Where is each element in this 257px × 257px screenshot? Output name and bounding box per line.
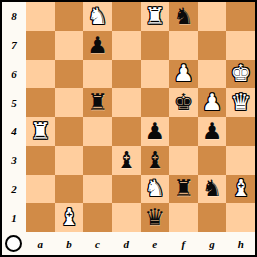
square-e1[interactable]: ♛ (141, 203, 170, 232)
square-e7[interactable] (141, 31, 170, 60)
square-g3[interactable] (198, 146, 227, 175)
rank-label-7: 7 (2, 31, 26, 60)
rank-label-8: 8 (2, 2, 26, 31)
white-bishop: ♝ (230, 177, 251, 200)
square-d3[interactable]: ♝ (112, 146, 141, 175)
square-e4[interactable]: ♟ (141, 117, 170, 146)
square-f8[interactable]: ♞ (169, 2, 198, 31)
black-pawn: ♟ (202, 120, 223, 143)
square-c5[interactable]: ♜ (83, 88, 112, 117)
square-d7[interactable] (112, 31, 141, 60)
square-e3[interactable]: ♝ (141, 146, 170, 175)
rank-label-2: 2 (2, 175, 26, 204)
white-knight: ♞ (145, 177, 166, 200)
square-g6[interactable] (198, 60, 227, 89)
square-c4[interactable] (83, 117, 112, 146)
square-g7[interactable] (198, 31, 227, 60)
square-h6[interactable]: ♚ (226, 60, 255, 89)
square-b1[interactable]: ♝ (55, 203, 84, 232)
rank-label-5: 5 (2, 88, 26, 117)
square-a8[interactable] (26, 2, 55, 31)
file-labels: abcdefgh (26, 232, 255, 255)
square-b2[interactable] (55, 175, 84, 204)
square-h7[interactable] (226, 31, 255, 60)
white-queen: ♛ (230, 91, 251, 114)
square-e6[interactable] (141, 60, 170, 89)
square-b4[interactable] (55, 117, 84, 146)
black-knight: ♞ (173, 5, 194, 28)
square-d5[interactable] (112, 88, 141, 117)
white-knight: ♞ (87, 5, 108, 28)
file-label-h: h (226, 232, 255, 255)
square-h2[interactable]: ♝ (226, 175, 255, 204)
file-label-d: d (112, 232, 141, 255)
white-bishop: ♝ (59, 206, 80, 229)
rank-label-1: 1 (2, 203, 26, 232)
white-rook: ♜ (145, 5, 166, 28)
square-f6[interactable]: ♟ (169, 60, 198, 89)
diagram-frame: 87654321 ♞♜♞♟♟♚♜♚♟♛♜♟♟♝♝♞♜♞♝♝♛ abcdefgh (0, 0, 257, 257)
square-g4[interactable]: ♟ (198, 117, 227, 146)
black-pawn: ♟ (87, 34, 108, 57)
square-f7[interactable] (169, 31, 198, 60)
file-label-e: e (141, 232, 170, 255)
file-label-c: c (83, 232, 112, 255)
file-label-g: g (198, 232, 227, 255)
rank-labels: 87654321 (2, 2, 26, 232)
square-e8[interactable]: ♜ (141, 2, 170, 31)
white-to-move-indicator-icon (5, 235, 22, 252)
square-b5[interactable] (55, 88, 84, 117)
square-e2[interactable]: ♞ (141, 175, 170, 204)
square-d8[interactable] (112, 2, 141, 31)
square-a1[interactable] (26, 203, 55, 232)
square-f5[interactable]: ♚ (169, 88, 198, 117)
square-d2[interactable] (112, 175, 141, 204)
square-d1[interactable] (112, 203, 141, 232)
square-f4[interactable] (169, 117, 198, 146)
black-pawn: ♟ (145, 120, 166, 143)
black-bishop: ♝ (145, 149, 166, 172)
square-c1[interactable] (83, 203, 112, 232)
square-a3[interactable] (26, 146, 55, 175)
square-b6[interactable] (55, 60, 84, 89)
square-f1[interactable] (169, 203, 198, 232)
black-knight: ♞ (202, 177, 223, 200)
square-c8[interactable]: ♞ (83, 2, 112, 31)
square-h4[interactable] (226, 117, 255, 146)
square-g5[interactable]: ♟ (198, 88, 227, 117)
square-a4[interactable]: ♜ (26, 117, 55, 146)
black-rook: ♜ (173, 177, 194, 200)
square-h5[interactable]: ♛ (226, 88, 255, 117)
square-h3[interactable] (226, 146, 255, 175)
rank-label-4: 4 (2, 117, 26, 146)
square-b8[interactable] (55, 2, 84, 31)
square-g2[interactable]: ♞ (198, 175, 227, 204)
square-f3[interactable] (169, 146, 198, 175)
square-d6[interactable] (112, 60, 141, 89)
diagram-inner: 87654321 ♞♜♞♟♟♚♜♚♟♛♜♟♟♝♝♞♜♞♝♝♛ abcdefgh (2, 2, 255, 255)
black-queen: ♛ (145, 206, 166, 229)
square-d4[interactable] (112, 117, 141, 146)
square-c6[interactable] (83, 60, 112, 89)
file-label-b: b (55, 232, 84, 255)
square-f2[interactable]: ♜ (169, 175, 198, 204)
rank-label-3: 3 (2, 146, 26, 175)
black-bishop: ♝ (116, 149, 137, 172)
black-rook: ♜ (87, 91, 108, 114)
square-e5[interactable] (141, 88, 170, 117)
white-pawn: ♟ (173, 62, 194, 85)
square-b3[interactable] (55, 146, 84, 175)
square-a7[interactable] (26, 31, 55, 60)
square-a6[interactable] (26, 60, 55, 89)
white-rook: ♜ (30, 120, 51, 143)
square-b7[interactable] (55, 31, 84, 60)
square-c3[interactable] (83, 146, 112, 175)
square-a5[interactable] (26, 88, 55, 117)
square-c2[interactable] (83, 175, 112, 204)
black-king: ♚ (173, 91, 194, 114)
rank-label-6: 6 (2, 60, 26, 89)
square-c7[interactable]: ♟ (83, 31, 112, 60)
square-h1[interactable] (226, 203, 255, 232)
square-g8[interactable] (198, 2, 227, 31)
white-king: ♚ (230, 62, 251, 85)
turn-indicator-corner (2, 232, 26, 255)
square-a2[interactable] (26, 175, 55, 204)
file-label-a: a (26, 232, 55, 255)
file-label-f: f (169, 232, 198, 255)
white-pawn: ♟ (202, 91, 223, 114)
square-g1[interactable] (198, 203, 227, 232)
chess-board: ♞♜♞♟♟♚♜♚♟♛♜♟♟♝♝♞♜♞♝♝♛ (26, 2, 255, 232)
square-h8[interactable] (226, 2, 255, 31)
